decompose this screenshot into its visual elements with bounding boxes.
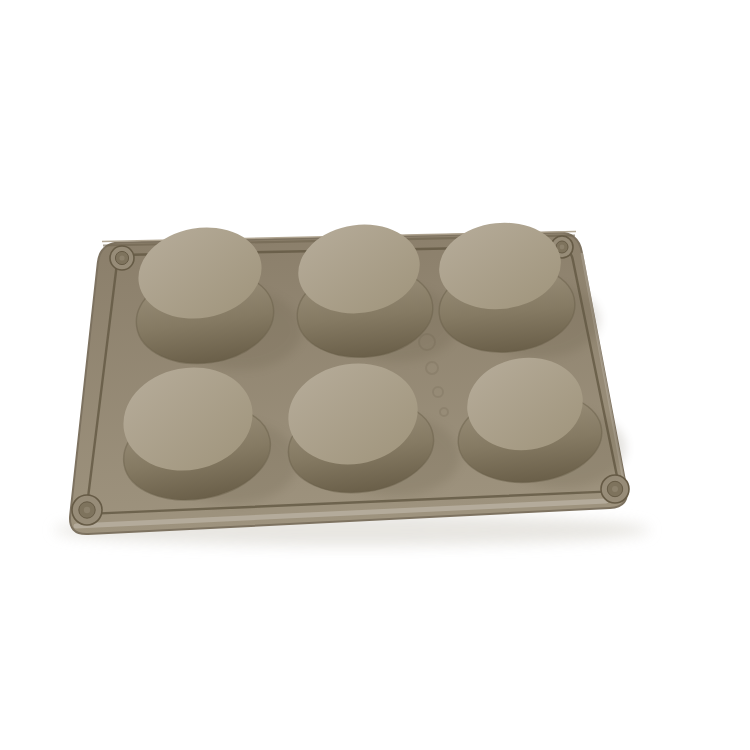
product-photo (0, 0, 750, 750)
corner-hole-bottom-right (601, 475, 629, 503)
corner-hole-nub (560, 245, 565, 250)
corner-hole-top-left (110, 246, 134, 270)
photo-stage (0, 0, 750, 750)
corner-hole-nub (612, 486, 618, 492)
corner-hole-nub (119, 255, 124, 260)
corner-hole-nub (84, 507, 90, 513)
corner-hole-bottom-left (72, 495, 102, 525)
